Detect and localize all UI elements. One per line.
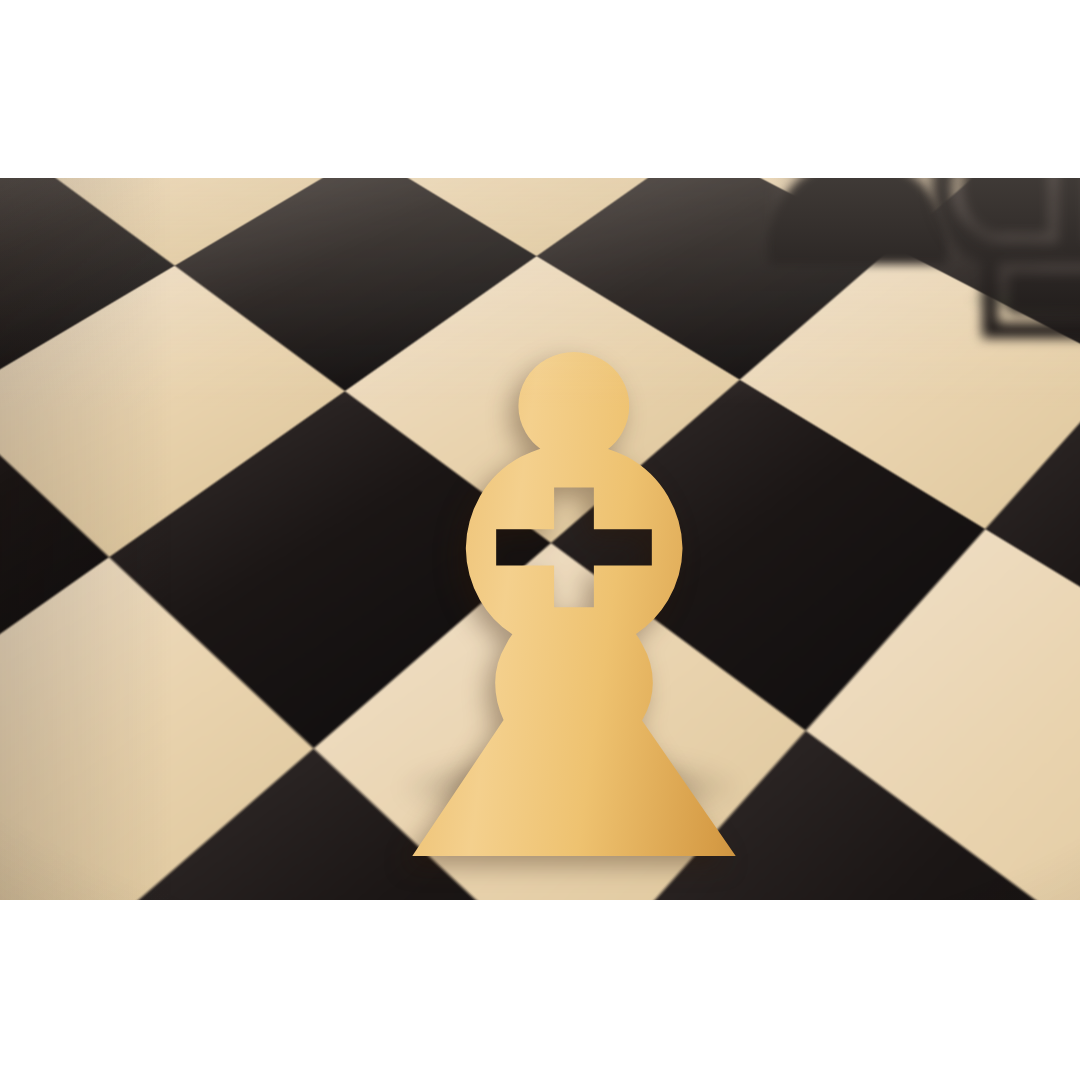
photo-area: ♝♟♚: [0, 178, 1080, 900]
black-piece-king-base: ♚: [893, 178, 1080, 400]
product-photo-page: ♝♟♚: [0, 0, 1080, 1080]
white-bishop: ♝: [265, 273, 884, 900]
